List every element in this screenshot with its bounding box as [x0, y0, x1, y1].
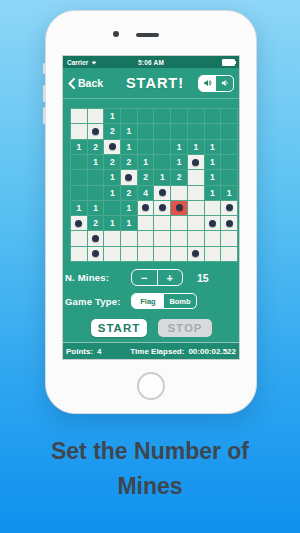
mines-label: N. Mines: — [65, 272, 131, 283]
clue-number: 1 — [210, 142, 215, 152]
cell-r8c7[interactable] — [171, 216, 187, 230]
clue-number: 2 — [110, 126, 115, 136]
cell-r9c4[interactable] — [121, 231, 137, 245]
cell-r7c4[interactable]: 1 — [121, 201, 137, 215]
stop-button[interactable]: STOP — [158, 319, 212, 337]
status-bar: Carrier 5:06 AM — [63, 56, 239, 68]
cell-r8c3[interactable]: 1 — [104, 216, 120, 230]
points-label: Points: — [66, 347, 93, 356]
cell-r1c5[interactable] — [138, 109, 154, 123]
cell-r7c5[interactable] — [138, 201, 154, 215]
clue-number: 1 — [143, 157, 148, 167]
cell-r4c4[interactable]: 2 — [121, 155, 137, 169]
clue-number: 1 — [127, 142, 132, 152]
cell-r6c6[interactable] — [154, 186, 170, 200]
cell-r2c2[interactable] — [88, 124, 104, 138]
cell-r8c6[interactable] — [154, 216, 170, 230]
cell-r8c10[interactable] — [221, 216, 237, 230]
cell-r4c7[interactable]: 1 — [171, 155, 187, 169]
mines-value: 15 — [197, 272, 209, 284]
iphone-mockup: Carrier 5:06 AM Back START! — [45, 10, 257, 414]
cell-r4c9[interactable]: 1 — [205, 155, 221, 169]
battery-icon — [222, 59, 235, 66]
cell-r7c1[interactable]: 1 — [71, 201, 87, 215]
cell-r5c2[interactable] — [88, 170, 104, 184]
cell-r9c6[interactable] — [154, 231, 170, 245]
cell-r3c2[interactable]: 2 — [88, 140, 104, 154]
cell-r1c4[interactable] — [121, 109, 137, 123]
cell-r1c9[interactable] — [205, 109, 221, 123]
points-value: 4 — [97, 347, 101, 356]
cell-r3c3[interactable] — [104, 140, 120, 154]
cell-r9c2[interactable] — [88, 231, 104, 245]
earpiece-speaker — [136, 33, 159, 37]
cell-r5c9[interactable]: 1 — [205, 170, 221, 184]
cell-r1c1[interactable] — [71, 109, 87, 123]
cell-r1c6[interactable] — [154, 109, 170, 123]
game-type-segmented: Flag Bomb — [131, 293, 197, 309]
clue-number: 4 — [143, 188, 148, 198]
mine-dot — [176, 204, 183, 211]
clue-number: 1 — [160, 172, 165, 182]
speaker-off-icon — [220, 78, 230, 88]
game-type-bomb[interactable]: Bomb — [164, 294, 196, 308]
cell-r5c8[interactable] — [188, 170, 204, 184]
cell-r9c9[interactable] — [205, 231, 221, 245]
mine-dot — [226, 204, 233, 211]
clue-number: 1 — [193, 142, 198, 152]
cell-r8c5[interactable] — [138, 216, 154, 230]
mine-dot — [75, 220, 82, 227]
clue-number: 1 — [127, 203, 132, 213]
cell-r6c10[interactable]: 1 — [221, 186, 237, 200]
clue-number: 1 — [210, 157, 215, 167]
cell-r1c3[interactable]: 1 — [104, 109, 120, 123]
cell-r3c7[interactable]: 1 — [171, 140, 187, 154]
mine-dot — [92, 235, 99, 242]
cell-r3c4[interactable]: 1 — [121, 140, 137, 154]
cell-r6c3[interactable]: 1 — [104, 186, 120, 200]
cell-r5c7[interactable]: 2 — [171, 170, 187, 184]
caption-text: Set the Number of Mines — [0, 434, 300, 504]
cell-r3c6[interactable] — [154, 140, 170, 154]
cell-r6c5[interactable]: 4 — [138, 186, 154, 200]
mine-dot — [192, 250, 199, 257]
speaker-on-icon — [203, 78, 213, 88]
clue-number: 1 — [210, 188, 215, 198]
clue-number: 1 — [110, 111, 115, 121]
mine-dot — [92, 128, 99, 135]
clue-number: 2 — [143, 172, 148, 182]
cell-r7c10[interactable] — [221, 201, 237, 215]
cell-r5c4[interactable] — [121, 170, 137, 184]
cell-r10c3[interactable] — [104, 247, 120, 261]
cell-r8c4[interactable]: 1 — [121, 216, 137, 230]
wifi-icon — [90, 59, 98, 65]
start-button[interactable]: START — [91, 319, 147, 337]
cell-r6c4[interactable]: 2 — [121, 186, 137, 200]
mine-dot — [209, 220, 216, 227]
cell-r9c3[interactable] — [104, 231, 120, 245]
cell-r10c1[interactable] — [71, 247, 87, 261]
screenshot-root: Carrier 5:06 AM Back START! — [0, 0, 300, 533]
cell-r8c2[interactable]: 2 — [88, 216, 104, 230]
action-buttons-row: START STOP — [65, 319, 237, 337]
cell-r8c9[interactable] — [205, 216, 221, 230]
sound-toggle — [198, 75, 234, 92]
clue-number: 1 — [110, 188, 115, 198]
time-elapsed-label: Time Elapsed: — [130, 347, 184, 356]
cell-r6c1[interactable] — [71, 186, 87, 200]
cell-r7c6[interactable] — [154, 201, 170, 215]
mines-stepper: − + — [131, 269, 183, 286]
cell-r4c10[interactable] — [221, 155, 237, 169]
cell-r3c1[interactable]: 1 — [71, 140, 87, 154]
clue-number: 2 — [127, 188, 132, 198]
cell-r2c8[interactable] — [188, 124, 204, 138]
controls-panel: N. Mines: − + 15 Game Type: Flag Bomb ST… — [63, 262, 239, 342]
app-screen: Carrier 5:06 AM Back START! — [63, 56, 239, 359]
sound-on-button[interactable] — [199, 76, 216, 91]
cell-r10c5[interactable] — [138, 247, 154, 261]
sound-off-button[interactable] — [216, 76, 233, 91]
clue-number: 1 — [110, 218, 115, 228]
cell-r9c5[interactable] — [138, 231, 154, 245]
mine-dot — [142, 204, 149, 211]
mine-dot — [92, 250, 99, 257]
cell-r4c8[interactable] — [188, 155, 204, 169]
cell-r7c7[interactable] — [171, 201, 187, 215]
game-type-flag[interactable]: Flag — [132, 294, 164, 308]
cell-r1c2[interactable] — [88, 109, 104, 123]
cell-r1c10[interactable] — [221, 109, 237, 123]
clue-number: 1 — [93, 203, 98, 213]
clue-number: 2 — [110, 157, 115, 167]
front-camera-dot — [113, 31, 119, 37]
clue-number: 1 — [76, 142, 81, 152]
cell-r5c5[interactable]: 2 — [138, 170, 154, 184]
cell-r2c9[interactable] — [205, 124, 221, 138]
carrier-label: Carrier — [67, 59, 88, 66]
game-type-row: Game Type: Flag Bomb — [65, 293, 237, 309]
cell-r7c3[interactable] — [104, 201, 120, 215]
cell-r10c6[interactable] — [154, 247, 170, 261]
volume-down-button — [43, 107, 46, 124]
cell-r2c4[interactable]: 1 — [121, 124, 137, 138]
cell-r9c10[interactable] — [221, 231, 237, 245]
cell-r5c6[interactable]: 1 — [154, 170, 170, 184]
cell-r6c8[interactable] — [188, 186, 204, 200]
score-bar: Points: 4 Time Elapsed: 00:00:02.522 — [63, 342, 239, 359]
cell-r2c10[interactable] — [221, 124, 237, 138]
mine-dot — [109, 143, 116, 150]
cell-r1c8[interactable] — [188, 109, 204, 123]
clue-number: 1 — [210, 172, 215, 182]
cell-r4c2[interactable]: 1 — [88, 155, 104, 169]
cell-r2c5[interactable] — [138, 124, 154, 138]
cell-r10c4[interactable] — [121, 247, 137, 261]
clue-number: 1 — [127, 126, 132, 136]
cell-r3c8[interactable]: 1 — [188, 140, 204, 154]
cell-r6c2[interactable] — [88, 186, 104, 200]
mine-dot — [159, 189, 166, 196]
minus-button[interactable]: − — [132, 270, 158, 285]
cell-r1c7[interactable] — [171, 109, 187, 123]
chevron-left-icon — [68, 78, 75, 89]
cell-r6c9[interactable]: 1 — [205, 186, 221, 200]
clue-number: 1 — [177, 142, 182, 152]
cell-r7c9[interactable] — [205, 201, 221, 215]
cell-r4c6[interactable] — [154, 155, 170, 169]
clue-number: 1 — [127, 218, 132, 228]
game-type-label: Game Type: — [65, 296, 131, 307]
caption-line-1: Set the Number of — [0, 434, 300, 469]
back-button[interactable]: Back — [68, 77, 112, 89]
cell-r5c1[interactable] — [71, 170, 87, 184]
clue-number: 1 — [76, 203, 81, 213]
cell-r2c1[interactable] — [71, 124, 87, 138]
mine-dot — [125, 174, 132, 181]
clue-number: 1 — [227, 188, 232, 198]
mute-switch — [43, 63, 46, 74]
cell-r5c10[interactable] — [221, 170, 237, 184]
cell-r8c1[interactable] — [71, 216, 87, 230]
clue-number: 1 — [93, 157, 98, 167]
time-elapsed-value: 00:00:02.522 — [188, 347, 236, 356]
cell-r10c8[interactable] — [188, 247, 204, 261]
cell-r3c10[interactable] — [221, 140, 237, 154]
cell-r3c5[interactable] — [138, 140, 154, 154]
cell-r8c8[interactable] — [188, 216, 204, 230]
cell-r10c7[interactable] — [171, 247, 187, 261]
back-label: Back — [78, 77, 103, 89]
cell-r9c8[interactable] — [188, 231, 204, 245]
cell-r10c2[interactable] — [88, 247, 104, 261]
cell-r10c10[interactable] — [221, 247, 237, 261]
cell-r7c2[interactable]: 1 — [88, 201, 104, 215]
cell-r2c3[interactable]: 2 — [104, 124, 120, 138]
clue-number: 2 — [127, 157, 132, 167]
board: 1211211111221111212112411111211 — [70, 108, 238, 262]
mine-dot — [226, 220, 233, 227]
cell-r6c7[interactable] — [171, 186, 187, 200]
volume-up-button — [43, 85, 46, 102]
clue-number: 1 — [110, 172, 115, 182]
cell-r7c8[interactable] — [188, 201, 204, 215]
home-button[interactable] — [137, 372, 165, 400]
clue-number: 2 — [93, 142, 98, 152]
cell-r4c1[interactable] — [71, 155, 87, 169]
clue-number: 2 — [93, 218, 98, 228]
caption-line-2: Mines — [0, 469, 300, 504]
cell-r5c3[interactable]: 1 — [104, 170, 120, 184]
page-title: START! — [112, 75, 198, 91]
clue-number: 1 — [177, 157, 182, 167]
cell-r2c7[interactable] — [171, 124, 187, 138]
mine-dot — [192, 159, 199, 166]
cell-r9c7[interactable] — [171, 231, 187, 245]
cell-r9c1[interactable] — [71, 231, 87, 245]
cell-r4c3[interactable]: 2 — [104, 155, 120, 169]
navigation-bar: Back START! — [63, 68, 239, 99]
cell-r2c6[interactable] — [154, 124, 170, 138]
plus-button[interactable]: + — [158, 270, 183, 285]
cell-r4c5[interactable]: 1 — [138, 155, 154, 169]
status-time: 5:06 AM — [127, 59, 175, 66]
mines-row: N. Mines: − + 15 — [65, 269, 237, 286]
cell-r10c9[interactable] — [205, 247, 221, 261]
cell-r3c9[interactable]: 1 — [205, 140, 221, 154]
clue-number: 2 — [177, 172, 182, 182]
mine-dot — [159, 204, 166, 211]
